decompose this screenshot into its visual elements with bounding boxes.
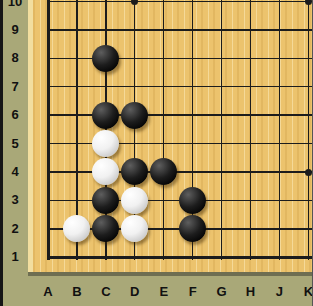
file-label-C: C: [92, 283, 120, 301]
white-stone-D2: [121, 215, 148, 242]
board-edge-highlight: [28, 0, 33, 272]
black-stone-C2: [92, 215, 119, 242]
rank-label-6: 6: [3, 106, 27, 124]
file-label-H: H: [237, 283, 265, 301]
white-stone-C4: [92, 158, 119, 185]
file-label-F: F: [179, 283, 207, 301]
rank-label-1: 1: [3, 248, 27, 266]
rank-label-2: 2: [3, 220, 27, 238]
rank-label-4: 4: [3, 163, 27, 181]
file-label-G: G: [208, 283, 236, 301]
rank-label-9: 9: [3, 21, 27, 39]
white-stone-B2: [63, 215, 90, 242]
black-stone-D4: [121, 158, 148, 185]
white-stone-D3: [121, 187, 148, 214]
black-stone-F3: [179, 187, 206, 214]
rank-label-8: 8: [3, 49, 27, 67]
file-label-E: E: [150, 283, 178, 301]
black-stone-C3: [92, 187, 119, 214]
file-label-A: A: [34, 283, 62, 301]
file-label-D: D: [121, 283, 149, 301]
rank-label-7: 7: [3, 78, 27, 96]
board-shadow: [28, 272, 312, 276]
file-label-J: J: [265, 283, 293, 301]
black-stone-C6: [92, 102, 119, 129]
file-label-B: B: [63, 283, 91, 301]
window-left-border: [0, 0, 3, 306]
black-stone-D6: [121, 102, 148, 129]
black-stone-C8: [92, 45, 119, 72]
black-stone-F2: [179, 215, 206, 242]
white-stone-C5: [92, 130, 119, 157]
black-stone-E4: [150, 158, 177, 185]
go-board-view: 10987654321 ABCDEFGHJK: [0, 0, 312, 306]
go-board[interactable]: [34, 0, 313, 271]
rank-label-10: 10: [3, 0, 27, 11]
rank-label-5: 5: [3, 135, 27, 153]
file-label-K: K: [294, 283, 312, 301]
rank-label-3: 3: [3, 191, 27, 209]
